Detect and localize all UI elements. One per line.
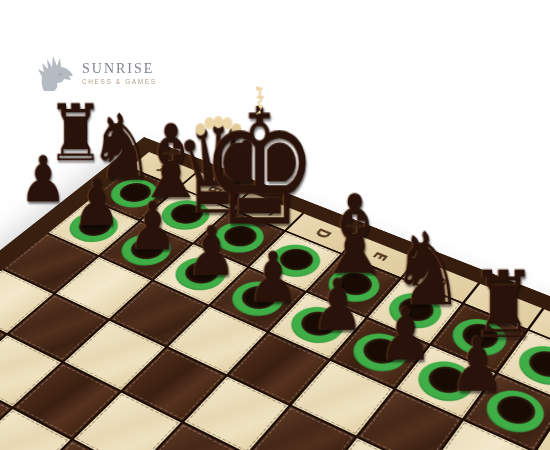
chess-board: ABCDEFGH♜♞♝♛♚♝♞♜1♟♟♟♟♟♟♟♟2345678 [0,137,550,450]
brand-tagline: CHESS & GAMES [82,79,157,86]
board-grid: ABCDEFGH♜♞♝♛♚♝♞♜1♟♟♟♟♟♟♟♟2345678 [0,152,550,450]
photo-stage: SUNRISE CHESS & GAMES ABCDEFGH♜♞♝♛♚♝♞♜1♟… [0,0,550,450]
king-crown-finial [254,86,266,114]
logo-text: SUNRISE CHESS & GAMES [82,62,157,86]
brand-name: SUNRISE [82,62,157,76]
unicorn-head-icon [36,54,76,94]
sunrise-logo: SUNRISE CHESS & GAMES [36,54,157,94]
